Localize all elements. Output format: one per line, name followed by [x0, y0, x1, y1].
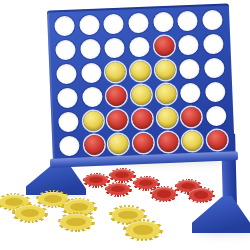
loose-checkers-layer — [0, 0, 250, 250]
checker-center — [66, 218, 85, 227]
checker-center — [157, 190, 172, 197]
loose-checker-red[interactable] — [187, 187, 215, 203]
checker-center — [133, 225, 154, 235]
connect-four-scene — [0, 0, 250, 250]
checker-center — [194, 191, 209, 198]
loose-checker-yellow[interactable] — [123, 219, 163, 241]
loose-checker-red[interactable] — [105, 182, 132, 197]
loose-checker-yellow[interactable] — [58, 212, 95, 232]
checker-center — [44, 195, 62, 203]
loose-checker-red[interactable] — [109, 168, 136, 183]
